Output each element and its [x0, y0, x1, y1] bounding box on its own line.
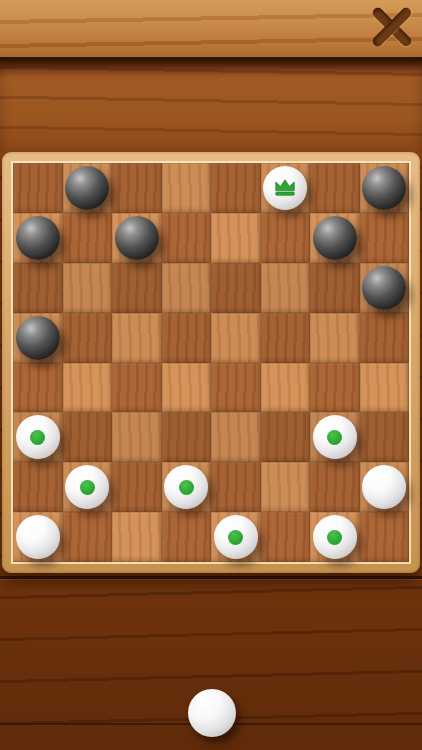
black-man [65, 166, 109, 210]
square-r1c1 [63, 213, 113, 263]
square-r6c0 [13, 462, 63, 512]
square-r3c1 [63, 313, 113, 363]
square-r4c2 [112, 363, 162, 413]
white-king[interactable] [263, 166, 307, 210]
black-man [16, 216, 60, 260]
square-r6c4 [211, 462, 261, 512]
movable-dot [179, 480, 194, 495]
square-r2c5[interactable] [261, 263, 311, 313]
movable-dot [327, 530, 342, 545]
square-r0c0 [13, 163, 63, 213]
square-r1c7 [360, 213, 410, 263]
checkers-board [2, 152, 420, 573]
square-r3c2[interactable] [112, 313, 162, 363]
square-r7c7 [360, 512, 410, 562]
square-r3c3 [162, 313, 212, 363]
white-man[interactable] [16, 515, 60, 559]
square-r4c0 [13, 363, 63, 413]
square-r4c6 [310, 363, 360, 413]
top-bar [0, 0, 422, 60]
square-r6c2 [112, 462, 162, 512]
king-crown-icon [273, 178, 297, 197]
wood-plank-seam [0, 576, 422, 579]
black-man [362, 166, 406, 210]
square-r6c6 [310, 462, 360, 512]
square-r5c7 [360, 412, 410, 462]
square-r0c3[interactable] [162, 163, 212, 213]
black-man [16, 316, 60, 360]
white-man[interactable] [313, 415, 357, 459]
close-button[interactable] [369, 3, 415, 51]
square-r0c2 [112, 163, 162, 213]
black-man [115, 216, 159, 260]
movable-dot [228, 530, 243, 545]
square-r7c3 [162, 512, 212, 562]
square-r2c2 [112, 263, 162, 313]
wood-background-upper [0, 57, 422, 152]
square-r7c5 [261, 512, 311, 562]
square-r2c3[interactable] [162, 263, 212, 313]
square-r5c4[interactable] [211, 412, 261, 462]
turn-indicator-white-ball [188, 689, 236, 737]
square-r4c7[interactable] [360, 363, 410, 413]
white-man[interactable] [214, 515, 258, 559]
square-r1c5 [261, 213, 311, 263]
square-r3c5 [261, 313, 311, 363]
movable-dot [327, 430, 342, 445]
square-r0c4 [211, 163, 261, 213]
square-r2c0 [13, 263, 63, 313]
square-r2c1[interactable] [63, 263, 113, 313]
movable-dot [80, 480, 95, 495]
square-r5c1 [63, 412, 113, 462]
black-man [313, 216, 357, 260]
white-man[interactable] [16, 415, 60, 459]
square-r3c7 [360, 313, 410, 363]
board-grid [13, 163, 409, 562]
square-r7c1 [63, 512, 113, 562]
square-r5c2[interactable] [112, 412, 162, 462]
movable-dot [30, 430, 45, 445]
square-r1c4[interactable] [211, 213, 261, 263]
square-r2c6 [310, 263, 360, 313]
square-r5c5 [261, 412, 311, 462]
square-r7c2[interactable] [112, 512, 162, 562]
black-man [362, 266, 406, 310]
square-r3c4[interactable] [211, 313, 261, 363]
white-man[interactable] [313, 515, 357, 559]
game-screen [0, 0, 422, 750]
square-r4c3[interactable] [162, 363, 212, 413]
square-r0c6 [310, 163, 360, 213]
square-r5c3 [162, 412, 212, 462]
square-r1c3 [162, 213, 212, 263]
square-r4c5[interactable] [261, 363, 311, 413]
square-r6c5[interactable] [261, 462, 311, 512]
square-r4c4 [211, 363, 261, 413]
square-r4c1[interactable] [63, 363, 113, 413]
square-r2c4 [211, 263, 261, 313]
square-r3c6[interactable] [310, 313, 360, 363]
